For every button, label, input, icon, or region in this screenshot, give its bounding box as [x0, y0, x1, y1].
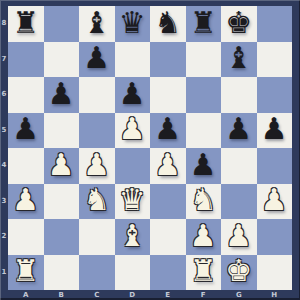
square-h4[interactable] [257, 148, 293, 184]
square-g5[interactable]: ♟ [221, 113, 257, 149]
white-pawn-icon: ♟ [154, 150, 181, 180]
square-e1[interactable] [150, 255, 186, 291]
black-rook-icon: ♜ [12, 8, 39, 38]
square-a3[interactable]: ♟ [8, 184, 44, 220]
rank-label-5: 5 [0, 113, 8, 149]
square-b1[interactable] [44, 255, 80, 291]
square-c8[interactable]: ♝ [79, 6, 115, 42]
black-pawn-icon: ♟ [48, 79, 75, 109]
square-c7[interactable]: ♟ [79, 42, 115, 78]
square-h5[interactable]: ♟ [257, 113, 293, 149]
black-pawn-icon: ♟ [154, 114, 181, 144]
square-e4[interactable]: ♟ [150, 148, 186, 184]
black-pawn-icon: ♟ [225, 114, 252, 144]
square-c4[interactable]: ♟ [79, 148, 115, 184]
white-king-icon: ♚ [225, 256, 252, 286]
square-c5[interactable] [79, 113, 115, 149]
square-b6[interactable]: ♟ [44, 77, 80, 113]
square-h6[interactable] [257, 77, 293, 113]
square-c6[interactable] [79, 77, 115, 113]
square-c1[interactable] [79, 255, 115, 291]
file-label-h: H [257, 290, 293, 300]
file-label-b: B [44, 290, 80, 300]
rank-label-8: 8 [0, 6, 8, 42]
black-knight-icon: ♞ [154, 8, 181, 38]
square-d1[interactable] [115, 255, 151, 291]
square-b7[interactable] [44, 42, 80, 78]
square-g1[interactable]: ♚ [221, 255, 257, 291]
black-pawn-icon: ♟ [12, 114, 39, 144]
square-g6[interactable] [221, 77, 257, 113]
rank-label-7: 7 [0, 42, 8, 78]
white-pawn-icon: ♟ [190, 221, 217, 251]
square-e2[interactable] [150, 219, 186, 255]
square-a8[interactable]: ♜ [8, 6, 44, 42]
file-label-e: E [150, 290, 186, 300]
square-f3[interactable]: ♞ [186, 184, 222, 220]
white-pawn-icon: ♟ [119, 114, 146, 144]
rank-label-2: 2 [0, 219, 8, 255]
square-a4[interactable] [8, 148, 44, 184]
square-d4[interactable] [115, 148, 151, 184]
black-pawn-icon: ♟ [83, 43, 110, 73]
square-g8[interactable]: ♚ [221, 6, 257, 42]
file-label-g: G [221, 290, 257, 300]
square-f4[interactable]: ♟ [186, 148, 222, 184]
black-bishop-icon: ♝ [83, 8, 110, 38]
black-queen-icon: ♛ [119, 8, 146, 38]
square-e3[interactable] [150, 184, 186, 220]
square-f5[interactable] [186, 113, 222, 149]
white-pawn-icon: ♟ [12, 185, 39, 215]
square-f1[interactable]: ♜ [186, 255, 222, 291]
square-g4[interactable] [221, 148, 257, 184]
square-f8[interactable]: ♜ [186, 6, 222, 42]
rank-label-6: 6 [0, 77, 8, 113]
square-h2[interactable] [257, 219, 293, 255]
square-e6[interactable] [150, 77, 186, 113]
square-g7[interactable]: ♝ [221, 42, 257, 78]
file-label-c: C [79, 290, 115, 300]
square-a7[interactable] [8, 42, 44, 78]
black-pawn-icon: ♟ [119, 79, 146, 109]
file-labels: ABCDEFGH [8, 290, 292, 300]
white-knight-icon: ♞ [83, 185, 110, 215]
white-pawn-icon: ♟ [225, 221, 252, 251]
white-rook-icon: ♜ [12, 256, 39, 286]
square-a2[interactable] [8, 219, 44, 255]
square-g3[interactable] [221, 184, 257, 220]
square-d2[interactable]: ♝ [115, 219, 151, 255]
white-pawn-icon: ♟ [83, 150, 110, 180]
square-e7[interactable] [150, 42, 186, 78]
file-label-a: A [8, 290, 44, 300]
square-b4[interactable]: ♟ [44, 148, 80, 184]
black-rook-icon: ♜ [190, 8, 217, 38]
file-label-f: F [186, 290, 222, 300]
rank-label-1: 1 [0, 255, 8, 291]
square-h3[interactable]: ♟ [257, 184, 293, 220]
square-d5[interactable]: ♟ [115, 113, 151, 149]
white-rook-icon: ♜ [190, 256, 217, 286]
white-bishop-icon: ♝ [119, 221, 146, 251]
square-a5[interactable]: ♟ [8, 113, 44, 149]
square-b3[interactable] [44, 184, 80, 220]
square-h1[interactable] [257, 255, 293, 291]
square-h8[interactable] [257, 6, 293, 42]
square-c2[interactable] [79, 219, 115, 255]
square-b5[interactable] [44, 113, 80, 149]
chess-diagram: 87654321 ♜♝♛♞♜♚♟♝♟♟♟♟♟♟♟♟♟♟♟♟♞♛♞♟♝♟♟♜♜♚ … [0, 0, 300, 300]
white-knight-icon: ♞ [190, 185, 217, 215]
white-pawn-icon: ♟ [261, 185, 288, 215]
chess-board: ♜♝♛♞♜♚♟♝♟♟♟♟♟♟♟♟♟♟♟♟♞♛♞♟♝♟♟♜♜♚ [8, 6, 292, 290]
square-f6[interactable] [186, 77, 222, 113]
square-f7[interactable] [186, 42, 222, 78]
square-b2[interactable] [44, 219, 80, 255]
square-h7[interactable] [257, 42, 293, 78]
white-pawn-icon: ♟ [48, 150, 75, 180]
square-e8[interactable]: ♞ [150, 6, 186, 42]
rank-label-3: 3 [0, 184, 8, 220]
file-label-d: D [115, 290, 151, 300]
rank-label-4: 4 [0, 148, 8, 184]
black-king-icon: ♚ [225, 8, 252, 38]
square-a1[interactable]: ♜ [8, 255, 44, 291]
black-bishop-icon: ♝ [225, 43, 252, 73]
square-d3[interactable]: ♛ [115, 184, 151, 220]
square-f2[interactable]: ♟ [186, 219, 222, 255]
square-g2[interactable]: ♟ [221, 219, 257, 255]
square-c3[interactable]: ♞ [79, 184, 115, 220]
square-b8[interactable] [44, 6, 80, 42]
square-d6[interactable]: ♟ [115, 77, 151, 113]
black-pawn-icon: ♟ [190, 150, 217, 180]
square-a6[interactable] [8, 77, 44, 113]
square-e5[interactable]: ♟ [150, 113, 186, 149]
square-d8[interactable]: ♛ [115, 6, 151, 42]
rank-labels: 87654321 [0, 6, 8, 290]
square-d7[interactable] [115, 42, 151, 78]
white-queen-icon: ♛ [119, 185, 146, 215]
black-pawn-icon: ♟ [261, 114, 288, 144]
